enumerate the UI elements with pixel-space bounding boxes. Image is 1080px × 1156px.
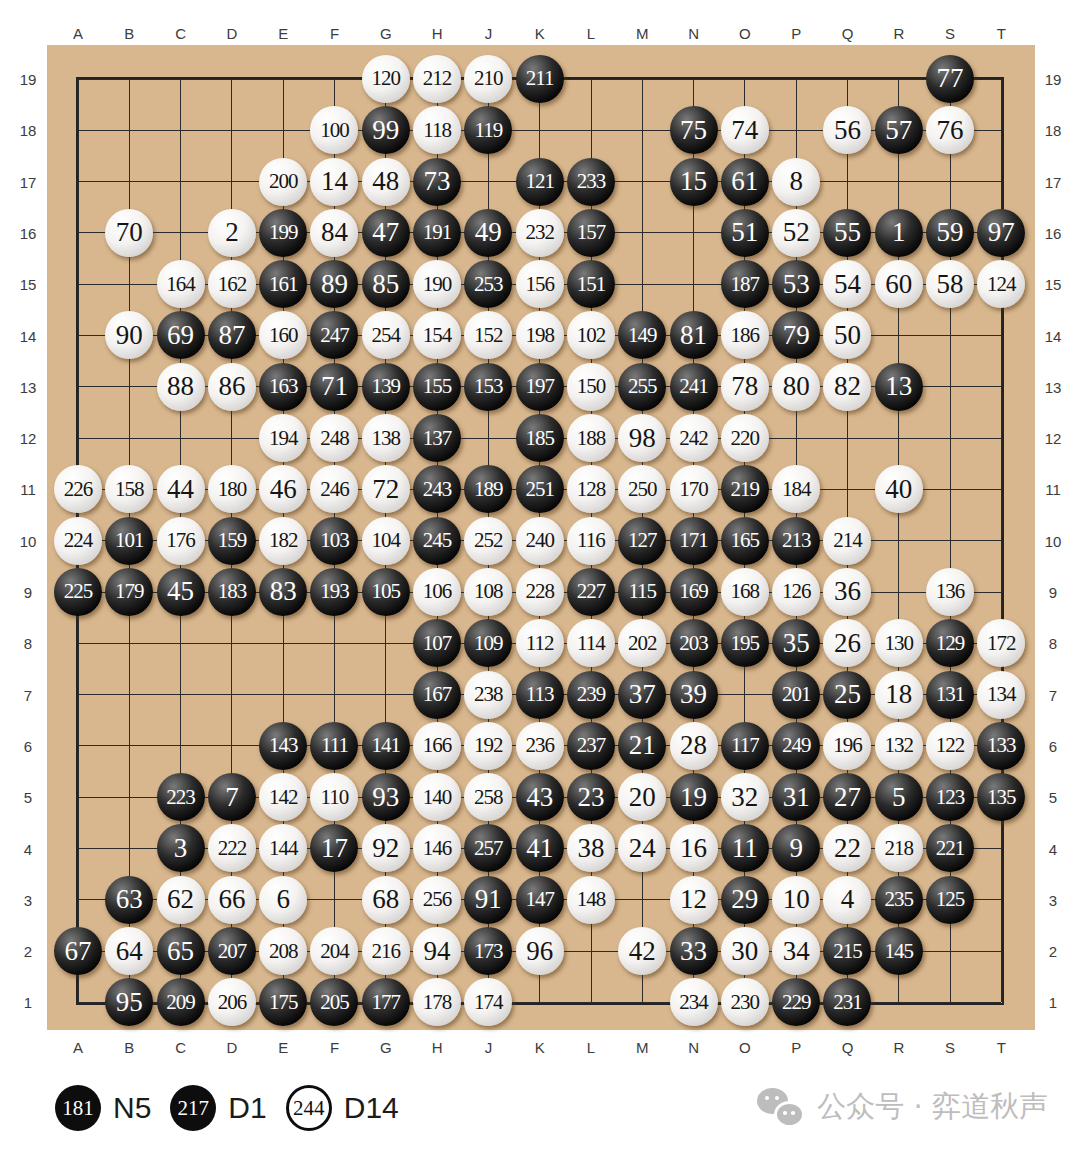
coord-label: P — [791, 1039, 801, 1056]
stone-H8: 107 — [413, 619, 461, 667]
coord-label: E — [278, 1039, 288, 1056]
coord-label: C — [175, 1039, 186, 1056]
stone-J10: 252 — [464, 517, 512, 565]
stone-M14: 149 — [618, 311, 666, 359]
stone-move-number: 203 — [679, 631, 708, 656]
stone-move-number: 20 — [629, 782, 656, 813]
stone-M9: 115 — [618, 568, 666, 616]
stone-E13: 163 — [259, 363, 307, 411]
stone-move-number: 132 — [884, 733, 913, 758]
coord-label: M — [636, 1039, 649, 1056]
stone-move-number: 15 — [680, 166, 707, 197]
stone-move-number: 87 — [218, 320, 245, 351]
coord-label: 6 — [1049, 737, 1057, 754]
stone-move-number: 75 — [680, 115, 707, 146]
stone-move-number: 231 — [833, 990, 862, 1015]
caption: 181N5217D1244D14 — [55, 1083, 406, 1133]
stone-F1: 205 — [310, 978, 358, 1026]
stone-move-number: 250 — [628, 477, 657, 502]
stone-move-number: 230 — [731, 990, 760, 1015]
stone-D10: 159 — [208, 517, 256, 565]
stone-move-number: 134 — [987, 682, 1016, 707]
stone-move-number: 85 — [372, 269, 399, 300]
stone-move-number: 156 — [525, 272, 554, 297]
stone-move-number: 252 — [474, 528, 503, 553]
stone-move-number: 130 — [884, 631, 913, 656]
stone-J14: 152 — [464, 311, 512, 359]
stone-L4: 38 — [567, 824, 615, 872]
stone-L5: 23 — [567, 773, 615, 821]
stone-T8: 172 — [977, 619, 1025, 667]
stone-move-number: 60 — [885, 269, 912, 300]
stone-J9: 108 — [464, 568, 512, 616]
stone-move-number: 201 — [782, 682, 811, 707]
stone-move-number: 169 — [679, 579, 708, 604]
stone-R13: 13 — [875, 363, 923, 411]
coord-label: L — [587, 25, 595, 42]
stone-H4: 146 — [413, 824, 461, 872]
stone-O3: 29 — [721, 876, 769, 924]
stone-move-number: 49 — [475, 217, 502, 248]
stone-move-number: 123 — [936, 785, 965, 810]
stone-L8: 114 — [567, 619, 615, 667]
stone-R15: 60 — [875, 260, 923, 308]
stone-move-number: 88 — [167, 371, 194, 402]
stone-M6: 21 — [618, 722, 666, 770]
stone-move-number: 82 — [834, 371, 861, 402]
stone-move-number: 2 — [225, 217, 239, 248]
stone-H3: 256 — [413, 876, 461, 924]
stone-move-number: 33 — [680, 936, 707, 967]
stone-move-number: 104 — [372, 528, 401, 553]
caption-point-label: N5 — [113, 1091, 151, 1125]
stone-O14: 186 — [721, 311, 769, 359]
stone-B3: 63 — [105, 876, 153, 924]
stone-move-number: 41 — [526, 833, 553, 864]
stone-B9: 179 — [105, 568, 153, 616]
stone-Q7: 25 — [823, 671, 871, 719]
stone-B1: 95 — [105, 978, 153, 1026]
stone-K17: 121 — [516, 158, 564, 206]
stone-move-number: 18 — [885, 679, 912, 710]
stone-move-number: 81 — [680, 320, 707, 351]
stone-move-number: 65 — [167, 936, 194, 967]
stone-F9: 193 — [310, 568, 358, 616]
stone-H15: 190 — [413, 260, 461, 308]
stone-move-number: 94 — [424, 936, 451, 967]
coord-label: 4 — [1049, 840, 1057, 857]
stone-move-number: 223 — [166, 785, 195, 810]
stone-move-number: 178 — [423, 990, 452, 1015]
stone-L10: 116 — [567, 517, 615, 565]
stone-move-number: 71 — [321, 371, 348, 402]
stone-move-number: 12 — [680, 884, 707, 915]
stone-move-number: 31 — [783, 782, 810, 813]
stone-move-number: 93 — [372, 782, 399, 813]
stone-move-number: 46 — [270, 474, 297, 505]
coord-label: E — [278, 25, 288, 42]
coord-label: 19 — [1045, 71, 1062, 88]
stone-J7: 238 — [464, 671, 512, 719]
stone-Q10: 214 — [823, 517, 871, 565]
stone-M5: 20 — [618, 773, 666, 821]
stone-move-number: 53 — [783, 269, 810, 300]
stone-A2: 67 — [54, 927, 102, 975]
stone-move-number: 253 — [474, 272, 503, 297]
stone-M10: 127 — [618, 517, 666, 565]
stone-G6: 141 — [362, 722, 410, 770]
stone-move-number: 89 — [321, 269, 348, 300]
stone-H1: 178 — [413, 978, 461, 1026]
stone-P15: 53 — [772, 260, 820, 308]
coord-label: H — [432, 1039, 443, 1056]
stone-move-number: 174 — [474, 990, 503, 1015]
stone-move-number: 7 — [225, 782, 239, 813]
coord-label: 15 — [20, 276, 37, 293]
stone-G14: 254 — [362, 311, 410, 359]
coord-label: D — [226, 1039, 237, 1056]
stone-H9: 106 — [413, 568, 461, 616]
stone-move-number: 120 — [372, 66, 401, 91]
stone-B14: 90 — [105, 311, 153, 359]
coord-label: A — [73, 1039, 83, 1056]
stone-move-number: 249 — [782, 733, 811, 758]
stone-E1: 175 — [259, 978, 307, 1026]
wechat-bubble-small — [774, 1101, 805, 1128]
stone-S4: 221 — [926, 824, 974, 872]
stone-move-number: 158 — [115, 477, 144, 502]
stone-move-number: 114 — [577, 631, 605, 656]
stone-move-number: 92 — [372, 833, 399, 864]
coord-label: 12 — [1045, 430, 1062, 447]
coord-label: 6 — [24, 737, 32, 754]
stone-move-number: 153 — [474, 374, 503, 399]
stone-R2: 145 — [875, 927, 923, 975]
stone-move-number: 111 — [321, 733, 348, 758]
stone-H7: 167 — [413, 671, 461, 719]
stone-B10: 101 — [105, 517, 153, 565]
stone-move-number: 190 — [423, 272, 452, 297]
stone-move-number: 257 — [474, 836, 503, 861]
stone-A10: 224 — [54, 517, 102, 565]
stone-move-number: 258 — [474, 785, 503, 810]
coord-label: 1 — [24, 994, 32, 1011]
stone-N6: 28 — [670, 722, 718, 770]
stone-move-number: 27 — [834, 782, 861, 813]
stone-move-number: 243 — [423, 477, 452, 502]
stone-D13: 86 — [208, 363, 256, 411]
coord-label: A — [73, 25, 83, 42]
stone-move-number: 208 — [269, 939, 298, 964]
stone-F18: 100 — [310, 106, 358, 154]
stone-move-number: 240 — [525, 528, 554, 553]
stone-O2: 30 — [721, 927, 769, 975]
stone-L15: 151 — [567, 260, 615, 308]
stone-D1: 206 — [208, 978, 256, 1026]
stone-move-number: 13 — [885, 371, 912, 402]
coord-label: 9 — [1049, 584, 1057, 601]
stone-F11: 246 — [310, 465, 358, 513]
stone-move-number: 157 — [577, 220, 606, 245]
stone-O18: 74 — [721, 106, 769, 154]
stone-O17: 61 — [721, 158, 769, 206]
stone-move-number: 35 — [783, 628, 810, 659]
stone-move-number: 247 — [320, 323, 349, 348]
coord-label: 17 — [20, 173, 37, 190]
stone-N2: 33 — [670, 927, 718, 975]
stone-move-number: 25 — [834, 679, 861, 710]
stone-O11: 219 — [721, 465, 769, 513]
stone-move-number: 200 — [269, 169, 298, 194]
coord-label: F — [330, 25, 339, 42]
coord-label: 9 — [24, 584, 32, 601]
stone-move-number: 95 — [116, 987, 143, 1018]
stone-move-number: 164 — [166, 272, 195, 297]
stone-C10: 176 — [157, 517, 205, 565]
watermark-text: 公众号 · 弈道秋声 — [817, 1087, 1048, 1127]
stone-move-number: 233 — [577, 169, 606, 194]
stone-move-number: 91 — [475, 884, 502, 915]
stone-O4: 11 — [721, 824, 769, 872]
coord-label: O — [739, 1039, 751, 1056]
stone-N18: 75 — [670, 106, 718, 154]
stone-H18: 118 — [413, 106, 461, 154]
stone-move-number: 241 — [679, 374, 708, 399]
stone-move-number: 187 — [731, 272, 760, 297]
stone-move-number: 100 — [320, 118, 349, 143]
stone-move-number: 64 — [116, 936, 143, 967]
stone-move-number: 151 — [577, 272, 606, 297]
stone-P11: 184 — [772, 465, 820, 513]
coord-label: 5 — [24, 789, 32, 806]
stone-move-number: 102 — [577, 323, 606, 348]
coord-label: T — [997, 25, 1006, 42]
stone-move-number: 8 — [789, 166, 803, 197]
stone-E14: 160 — [259, 311, 307, 359]
stone-S8: 129 — [926, 619, 974, 667]
stone-P14: 79 — [772, 311, 820, 359]
stone-move-number: 22 — [834, 833, 861, 864]
coord-label: 10 — [1045, 532, 1062, 549]
stone-O5: 32 — [721, 773, 769, 821]
stone-move-number: 68 — [372, 884, 399, 915]
wechat-icon — [757, 1086, 805, 1128]
coord-label: 14 — [1045, 327, 1062, 344]
stone-move-number: 129 — [936, 631, 965, 656]
stone-move-number: 160 — [269, 323, 298, 348]
stone-F5: 110 — [310, 773, 358, 821]
stone-move-number: 14 — [321, 166, 348, 197]
stone-G11: 72 — [362, 465, 410, 513]
stone-move-number: 131 — [936, 682, 965, 707]
stone-T15: 124 — [977, 260, 1025, 308]
stone-R11: 40 — [875, 465, 923, 513]
stone-move-number: 84 — [321, 217, 348, 248]
caption-stone: 217 — [170, 1085, 216, 1131]
stone-move-number: 16 — [680, 833, 707, 864]
stone-move-number: 150 — [577, 374, 606, 399]
stone-C15: 164 — [157, 260, 205, 308]
stone-move-number: 232 — [525, 220, 554, 245]
stone-move-number: 191 — [423, 220, 452, 245]
stone-move-number: 28 — [680, 730, 707, 761]
stone-move-number: 50 — [834, 320, 861, 351]
stone-Q2: 215 — [823, 927, 871, 975]
stone-L7: 239 — [567, 671, 615, 719]
stone-move-number: 218 — [884, 836, 913, 861]
stone-move-number: 143 — [269, 733, 298, 758]
coord-label: 7 — [1049, 686, 1057, 703]
stone-N8: 203 — [670, 619, 718, 667]
stone-move-number: 4 — [841, 884, 855, 915]
coord-label: 15 — [1045, 276, 1062, 293]
stone-move-number: 117 — [731, 733, 759, 758]
stone-move-number: 9 — [789, 833, 803, 864]
stone-G1: 177 — [362, 978, 410, 1026]
stone-D4: 222 — [208, 824, 256, 872]
coord-label: O — [739, 25, 751, 42]
stone-move-number: 32 — [731, 782, 758, 813]
stone-M7: 37 — [618, 671, 666, 719]
stone-R18: 57 — [875, 106, 923, 154]
stone-E5: 142 — [259, 773, 307, 821]
stone-move-number: 57 — [885, 115, 912, 146]
stone-R16: 1 — [875, 209, 923, 257]
coord-label: F — [330, 1039, 339, 1056]
stone-F17: 14 — [310, 158, 358, 206]
stone-F2: 204 — [310, 927, 358, 975]
stone-N7: 39 — [670, 671, 718, 719]
stone-move-number: 186 — [731, 323, 760, 348]
stone-O6: 117 — [721, 722, 769, 770]
stone-S19: 77 — [926, 55, 974, 103]
stone-D2: 207 — [208, 927, 256, 975]
stone-move-number: 136 — [936, 579, 965, 604]
stone-move-number: 19 — [680, 782, 707, 813]
stone-move-number: 125 — [936, 887, 965, 912]
stone-move-number: 10 — [783, 884, 810, 915]
stone-D9: 183 — [208, 568, 256, 616]
stone-S16: 59 — [926, 209, 974, 257]
stone-E11: 46 — [259, 465, 307, 513]
stone-N3: 12 — [670, 876, 718, 924]
stone-move-number: 78 — [731, 371, 758, 402]
stone-move-number: 3 — [174, 833, 188, 864]
stone-H16: 191 — [413, 209, 461, 257]
stone-move-number: 242 — [679, 426, 708, 451]
stone-E2: 208 — [259, 927, 307, 975]
stone-move-number: 116 — [577, 528, 605, 553]
stone-F4: 17 — [310, 824, 358, 872]
stone-M12: 98 — [618, 414, 666, 462]
stone-T6: 133 — [977, 722, 1025, 770]
stone-move-number: 205 — [320, 990, 349, 1015]
stone-move-number: 183 — [218, 579, 247, 604]
stone-move-number: 77 — [937, 63, 964, 94]
stone-T16: 97 — [977, 209, 1025, 257]
stone-Q13: 82 — [823, 363, 871, 411]
stone-N4: 16 — [670, 824, 718, 872]
stone-J2: 173 — [464, 927, 512, 975]
coord-label: R — [893, 1039, 904, 1056]
stone-move-number: 176 — [166, 528, 195, 553]
stone-R4: 218 — [875, 824, 923, 872]
stone-J8: 109 — [464, 619, 512, 667]
stone-move-number: 37 — [629, 679, 656, 710]
stone-L16: 157 — [567, 209, 615, 257]
coord-label: 17 — [1045, 173, 1062, 190]
stone-D15: 162 — [208, 260, 256, 308]
stone-move-number: 171 — [679, 528, 708, 553]
stone-E6: 143 — [259, 722, 307, 770]
stone-move-number: 245 — [423, 528, 452, 553]
stone-J18: 119 — [464, 106, 512, 154]
stone-move-number: 140 — [423, 785, 452, 810]
stone-R8: 130 — [875, 619, 923, 667]
stone-move-number: 5 — [892, 782, 906, 813]
stone-O8: 195 — [721, 619, 769, 667]
stone-move-number: 110 — [321, 785, 349, 810]
stone-H11: 243 — [413, 465, 461, 513]
stone-move-number: 11 — [732, 833, 758, 864]
stone-P4: 9 — [772, 824, 820, 872]
stone-move-number: 61 — [731, 166, 758, 197]
stone-Q3: 4 — [823, 876, 871, 924]
stone-O15: 187 — [721, 260, 769, 308]
stone-move-number: 236 — [525, 733, 554, 758]
stone-K6: 236 — [516, 722, 564, 770]
stone-move-number: 225 — [64, 579, 93, 604]
stone-move-number: 254 — [372, 323, 401, 348]
stone-move-number: 167 — [423, 682, 452, 707]
stone-move-number: 168 — [731, 579, 760, 604]
stone-D14: 87 — [208, 311, 256, 359]
stone-E16: 199 — [259, 209, 307, 257]
coord-label: K — [535, 1039, 545, 1056]
stone-L3: 148 — [567, 876, 615, 924]
stone-C4: 3 — [157, 824, 205, 872]
stone-Q8: 26 — [823, 619, 871, 667]
stone-P7: 201 — [772, 671, 820, 719]
stone-move-number: 207 — [218, 939, 247, 964]
coord-label: G — [380, 1039, 392, 1056]
stone-G19: 120 — [362, 55, 410, 103]
stone-move-number: 226 — [64, 477, 93, 502]
stone-Q18: 56 — [823, 106, 871, 154]
stone-move-number: 154 — [423, 323, 452, 348]
stone-move-number: 106 — [423, 579, 452, 604]
stone-move-number: 155 — [423, 374, 452, 399]
stone-G17: 48 — [362, 158, 410, 206]
stone-K7: 113 — [516, 671, 564, 719]
stone-move-number: 142 — [269, 785, 298, 810]
stone-move-number: 197 — [525, 374, 554, 399]
coord-label: 13 — [20, 378, 37, 395]
stone-move-number: 43 — [526, 782, 553, 813]
stone-move-number: 212 — [423, 66, 452, 91]
stone-J4: 257 — [464, 824, 512, 872]
stone-move-number: 216 — [372, 939, 401, 964]
stone-move-number: 185 — [525, 426, 554, 451]
stone-move-number: 105 — [372, 579, 401, 604]
stone-move-number: 204 — [320, 939, 349, 964]
stone-move-number: 55 — [834, 217, 861, 248]
stone-J11: 189 — [464, 465, 512, 513]
stone-S5: 123 — [926, 773, 974, 821]
stone-H17: 73 — [413, 158, 461, 206]
stone-K16: 232 — [516, 209, 564, 257]
stone-move-number: 45 — [167, 576, 194, 607]
